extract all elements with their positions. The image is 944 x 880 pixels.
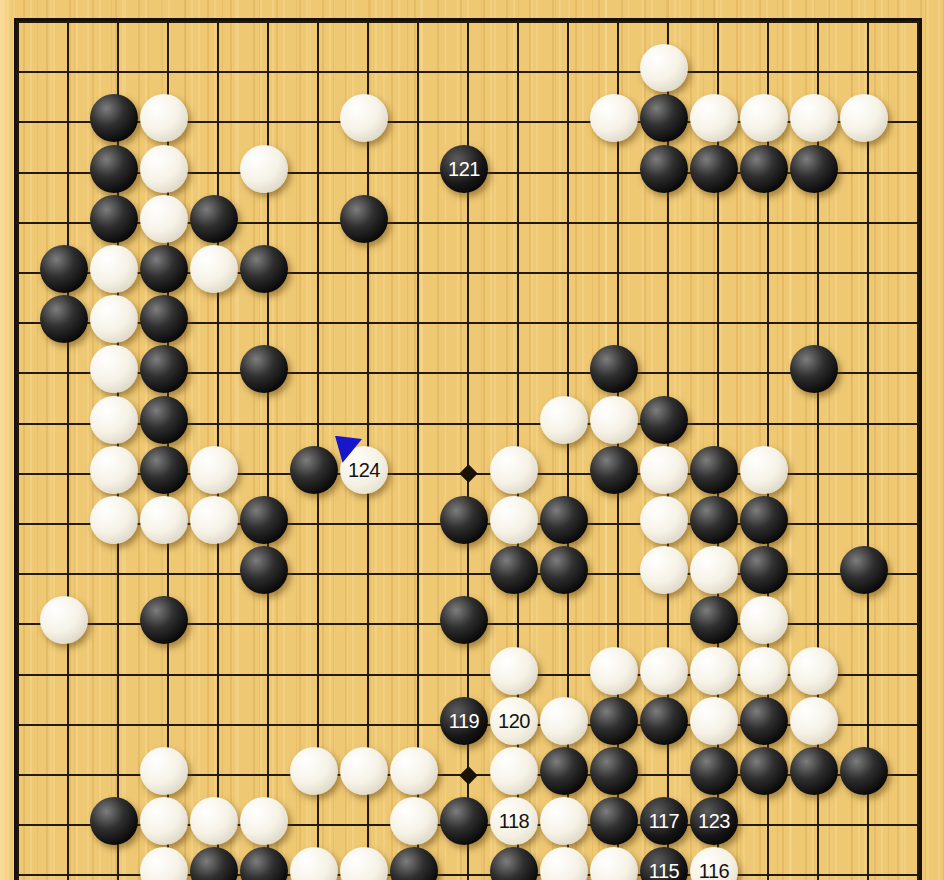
stone-white[interactable]: [590, 647, 638, 695]
stone-black[interactable]: [140, 396, 188, 444]
stone-white[interactable]: [540, 697, 588, 745]
stone-black[interactable]: [40, 295, 88, 343]
stone-black[interactable]: [790, 145, 838, 193]
stone-black[interactable]: [740, 546, 788, 594]
stone-move-number: 120: [498, 711, 530, 731]
stone-black[interactable]: [590, 797, 638, 845]
stone-black[interactable]: [640, 697, 688, 745]
stone-black[interactable]: [190, 195, 238, 243]
stone-white[interactable]: [490, 647, 538, 695]
stone-black-move-119[interactable]: 119: [440, 697, 488, 745]
stone-move-number: 115: [649, 861, 679, 880]
stone-black[interactable]: [690, 446, 738, 494]
stone-black[interactable]: [640, 396, 688, 444]
stone-white[interactable]: [390, 747, 438, 795]
stone-white[interactable]: [640, 546, 688, 594]
stone-black[interactable]: [740, 697, 788, 745]
stone-black[interactable]: [540, 496, 588, 544]
stone-white[interactable]: [490, 747, 538, 795]
grid-line-vertical: [17, 20, 19, 880]
stone-white[interactable]: [790, 697, 838, 745]
stone-white[interactable]: [490, 496, 538, 544]
stone-black[interactable]: [790, 747, 838, 795]
stone-white[interactable]: [740, 647, 788, 695]
stone-white[interactable]: [390, 797, 438, 845]
stone-white[interactable]: [640, 647, 688, 695]
stone-black-move-121[interactable]: 121: [440, 145, 488, 193]
stone-white[interactable]: [340, 747, 388, 795]
stone-white[interactable]: [290, 747, 338, 795]
stone-white[interactable]: [740, 446, 788, 494]
stone-white[interactable]: [90, 446, 138, 494]
stone-move-number: 124: [348, 460, 380, 480]
stone-white[interactable]: [540, 396, 588, 444]
stone-white-move-124[interactable]: 124: [340, 446, 388, 494]
stone-black[interactable]: [440, 496, 488, 544]
stone-black[interactable]: [740, 747, 788, 795]
stone-white[interactable]: [140, 195, 188, 243]
stone-white[interactable]: [240, 145, 288, 193]
stone-white[interactable]: [90, 245, 138, 293]
stone-black[interactable]: [540, 747, 588, 795]
stone-white[interactable]: [640, 446, 688, 494]
stone-white[interactable]: [790, 647, 838, 695]
stone-black[interactable]: [690, 496, 738, 544]
stone-black-move-123[interactable]: 123: [690, 797, 738, 845]
stone-white[interactable]: [640, 496, 688, 544]
stone-black[interactable]: [340, 195, 388, 243]
stone-black[interactable]: [140, 446, 188, 494]
stone-white[interactable]: [90, 496, 138, 544]
stone-black[interactable]: [540, 546, 588, 594]
stone-white[interactable]: [140, 145, 188, 193]
stone-white-move-118[interactable]: 118: [490, 797, 538, 845]
stone-white[interactable]: [90, 396, 138, 444]
stone-white[interactable]: [140, 797, 188, 845]
stone-white[interactable]: [690, 697, 738, 745]
grid-line-vertical: [67, 20, 69, 880]
stone-move-number: 123: [698, 811, 730, 831]
stone-black[interactable]: [240, 245, 288, 293]
stone-black[interactable]: [840, 747, 888, 795]
stone-white[interactable]: [240, 797, 288, 845]
stone-white[interactable]: [140, 747, 188, 795]
stone-move-number: 121: [448, 159, 480, 179]
go-board-screenshot: 121124119120118117123115116: [0, 0, 944, 880]
stone-black[interactable]: [240, 496, 288, 544]
stone-black[interactable]: [90, 145, 138, 193]
stone-move-number: 118: [499, 811, 529, 831]
stone-black[interactable]: [590, 697, 638, 745]
stone-white[interactable]: [690, 546, 738, 594]
stone-move-number: 117: [649, 811, 679, 831]
stone-white[interactable]: [590, 396, 638, 444]
board-left-edge-highlight: [0, 0, 12, 880]
stone-white[interactable]: [190, 245, 238, 293]
stone-black[interactable]: [40, 245, 88, 293]
stone-black[interactable]: [740, 145, 788, 193]
stone-black[interactable]: [840, 546, 888, 594]
stone-black[interactable]: [90, 797, 138, 845]
stone-move-number: 116: [699, 861, 729, 880]
stone-black[interactable]: [290, 446, 338, 494]
grid-line-vertical: [917, 20, 919, 880]
stone-black[interactable]: [690, 747, 738, 795]
stone-black[interactable]: [440, 797, 488, 845]
stone-white[interactable]: [90, 295, 138, 343]
stone-white[interactable]: [640, 44, 688, 92]
stone-move-number: 119: [449, 711, 479, 731]
stone-black[interactable]: [90, 195, 138, 243]
stone-white[interactable]: [140, 496, 188, 544]
stone-black[interactable]: [490, 546, 538, 594]
stone-white[interactable]: [190, 446, 238, 494]
stone-white[interactable]: [190, 797, 238, 845]
stone-black[interactable]: [140, 245, 188, 293]
stone-black-move-117[interactable]: 117: [640, 797, 688, 845]
stone-black[interactable]: [590, 446, 638, 494]
stone-black[interactable]: [640, 145, 688, 193]
stone-black[interactable]: [690, 145, 738, 193]
stone-black[interactable]: [140, 295, 188, 343]
stone-black[interactable]: [240, 546, 288, 594]
stone-white[interactable]: [490, 446, 538, 494]
stone-white[interactable]: [190, 496, 238, 544]
stone-white-move-120[interactable]: 120: [490, 697, 538, 745]
stone-white[interactable]: [690, 647, 738, 695]
stone-black[interactable]: [740, 496, 788, 544]
stone-black[interactable]: [590, 747, 638, 795]
stone-white[interactable]: [540, 797, 588, 845]
